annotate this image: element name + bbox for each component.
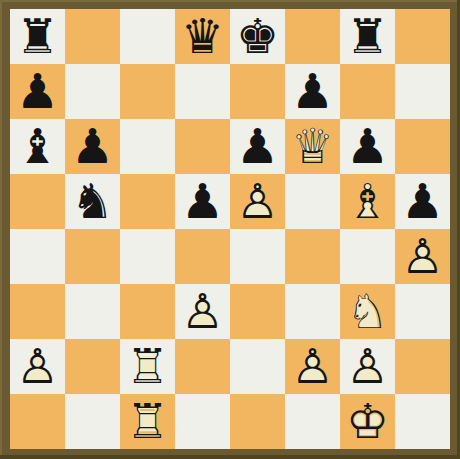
black-queen-glyph: ♛ — [175, 9, 230, 64]
square-a1[interactable] — [10, 394, 65, 449]
piece-white-knight[interactable]: ♞♘ — [340, 284, 395, 339]
square-g6[interactable]: ♟ — [340, 119, 395, 174]
square-h3[interactable] — [395, 284, 450, 339]
piece-black-queen[interactable]: ♛ — [175, 9, 230, 64]
piece-black-pawn[interactable]: ♟ — [65, 119, 120, 174]
piece-white-pawn[interactable]: ♟♙ — [175, 284, 230, 339]
square-e7[interactable] — [230, 64, 285, 119]
square-f8[interactable] — [285, 9, 340, 64]
square-c5[interactable] — [120, 174, 175, 229]
piece-black-pawn[interactable]: ♟ — [395, 174, 450, 229]
square-c4[interactable] — [120, 229, 175, 284]
square-f6[interactable]: ♛♕ — [285, 119, 340, 174]
black-bishop-glyph: ♝ — [10, 119, 65, 174]
square-b7[interactable] — [65, 64, 120, 119]
black-rook-glyph: ♜ — [10, 9, 65, 64]
square-h6[interactable] — [395, 119, 450, 174]
square-e5[interactable]: ♟♙ — [230, 174, 285, 229]
piece-white-queen[interactable]: ♛♕ — [285, 119, 340, 174]
piece-black-pawn[interactable]: ♟ — [340, 119, 395, 174]
black-pawn-glyph: ♟ — [395, 174, 450, 229]
square-g8[interactable]: ♜ — [340, 9, 395, 64]
square-h2[interactable] — [395, 339, 450, 394]
piece-black-rook[interactable]: ♜ — [340, 9, 395, 64]
white-pawn-glyph: ♙ — [175, 284, 230, 339]
square-a5[interactable] — [10, 174, 65, 229]
piece-black-pawn[interactable]: ♟ — [230, 119, 285, 174]
white-pawn-glyph: ♙ — [285, 339, 340, 394]
square-f3[interactable] — [285, 284, 340, 339]
white-king-glyph: ♔ — [340, 394, 395, 449]
square-f1[interactable] — [285, 394, 340, 449]
square-a4[interactable] — [10, 229, 65, 284]
piece-white-pawn[interactable]: ♟♙ — [340, 339, 395, 394]
piece-black-king[interactable]: ♚ — [230, 9, 285, 64]
piece-black-pawn[interactable]: ♟ — [175, 174, 230, 229]
square-a7[interactable]: ♟ — [10, 64, 65, 119]
square-g4[interactable] — [340, 229, 395, 284]
piece-black-pawn[interactable]: ♟ — [10, 64, 65, 119]
piece-white-pawn[interactable]: ♟♙ — [10, 339, 65, 394]
white-knight-glyph: ♘ — [340, 284, 395, 339]
white-rook-glyph: ♖ — [120, 394, 175, 449]
square-f4[interactable] — [285, 229, 340, 284]
square-e3[interactable] — [230, 284, 285, 339]
black-rook-glyph: ♜ — [340, 9, 395, 64]
square-a2[interactable]: ♟♙ — [10, 339, 65, 394]
board-frame: ♜♛♚♜♟♟♝♟♟♛♕♟♞♟♟♙♝♗♟♟♙♟♙♞♘♟♙♜♖♟♙♟♙♜♖♚♔ — [0, 0, 460, 459]
square-b3[interactable] — [65, 284, 120, 339]
chess-board: ♜♛♚♜♟♟♝♟♟♛♕♟♞♟♟♙♝♗♟♟♙♟♙♞♘♟♙♜♖♟♙♟♙♜♖♚♔ — [10, 9, 450, 449]
piece-black-pawn[interactable]: ♟ — [285, 64, 340, 119]
square-a6[interactable]: ♝ — [10, 119, 65, 174]
square-b2[interactable] — [65, 339, 120, 394]
square-c3[interactable] — [120, 284, 175, 339]
square-d7[interactable] — [175, 64, 230, 119]
piece-black-bishop[interactable]: ♝ — [10, 119, 65, 174]
square-c8[interactable] — [120, 9, 175, 64]
black-pawn-glyph: ♟ — [230, 119, 285, 174]
white-queen-glyph: ♕ — [285, 119, 340, 174]
square-g7[interactable] — [340, 64, 395, 119]
piece-white-pawn[interactable]: ♟♙ — [395, 229, 450, 284]
square-b6[interactable]: ♟ — [65, 119, 120, 174]
piece-white-pawn[interactable]: ♟♙ — [285, 339, 340, 394]
square-f7[interactable]: ♟ — [285, 64, 340, 119]
piece-white-bishop[interactable]: ♝♗ — [340, 174, 395, 229]
square-h7[interactable] — [395, 64, 450, 119]
square-a3[interactable] — [10, 284, 65, 339]
piece-white-pawn[interactable]: ♟♙ — [230, 174, 285, 229]
square-e1[interactable] — [230, 394, 285, 449]
square-c7[interactable] — [120, 64, 175, 119]
piece-black-rook[interactable]: ♜ — [10, 9, 65, 64]
square-d4[interactable] — [175, 229, 230, 284]
black-king-glyph: ♚ — [230, 9, 285, 64]
white-pawn-glyph: ♙ — [230, 174, 285, 229]
square-e4[interactable] — [230, 229, 285, 284]
white-bishop-glyph: ♗ — [340, 174, 395, 229]
square-c2[interactable]: ♜♖ — [120, 339, 175, 394]
square-b5[interactable]: ♞ — [65, 174, 120, 229]
square-e8[interactable]: ♚ — [230, 9, 285, 64]
white-pawn-glyph: ♙ — [395, 229, 450, 284]
square-d5[interactable]: ♟ — [175, 174, 230, 229]
piece-white-rook[interactable]: ♜♖ — [120, 394, 175, 449]
square-h5[interactable]: ♟ — [395, 174, 450, 229]
square-c6[interactable] — [120, 119, 175, 174]
square-c1[interactable]: ♜♖ — [120, 394, 175, 449]
square-d8[interactable]: ♛ — [175, 9, 230, 64]
square-d2[interactable] — [175, 339, 230, 394]
white-pawn-glyph: ♙ — [10, 339, 65, 394]
square-d6[interactable] — [175, 119, 230, 174]
square-a8[interactable]: ♜ — [10, 9, 65, 64]
piece-white-king[interactable]: ♚♔ — [340, 394, 395, 449]
square-e2[interactable] — [230, 339, 285, 394]
black-pawn-glyph: ♟ — [65, 119, 120, 174]
square-e6[interactable]: ♟ — [230, 119, 285, 174]
square-f2[interactable]: ♟♙ — [285, 339, 340, 394]
square-b4[interactable] — [65, 229, 120, 284]
square-g2[interactable]: ♟♙ — [340, 339, 395, 394]
black-pawn-glyph: ♟ — [285, 64, 340, 119]
square-g3[interactable]: ♞♘ — [340, 284, 395, 339]
square-d1[interactable] — [175, 394, 230, 449]
black-pawn-glyph: ♟ — [340, 119, 395, 174]
black-pawn-glyph: ♟ — [10, 64, 65, 119]
square-b8[interactable] — [65, 9, 120, 64]
piece-black-knight[interactable]: ♞ — [65, 174, 120, 229]
white-rook-glyph: ♖ — [120, 339, 175, 394]
square-g1[interactable]: ♚♔ — [340, 394, 395, 449]
black-pawn-glyph: ♟ — [175, 174, 230, 229]
black-knight-glyph: ♞ — [65, 174, 120, 229]
square-b1[interactable] — [65, 394, 120, 449]
square-h1[interactable] — [395, 394, 450, 449]
square-f5[interactable] — [285, 174, 340, 229]
square-d3[interactable]: ♟♙ — [175, 284, 230, 339]
square-h4[interactable]: ♟♙ — [395, 229, 450, 284]
square-g5[interactable]: ♝♗ — [340, 174, 395, 229]
piece-white-rook[interactable]: ♜♖ — [120, 339, 175, 394]
square-h8[interactable] — [395, 9, 450, 64]
white-pawn-glyph: ♙ — [340, 339, 395, 394]
